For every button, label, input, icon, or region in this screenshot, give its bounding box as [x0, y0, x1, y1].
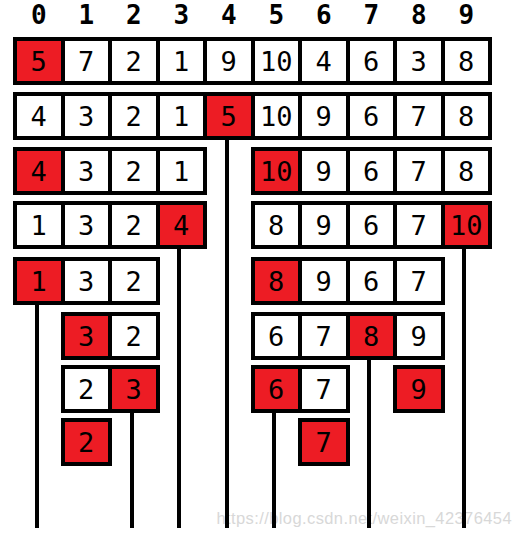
cell-value: 1 [173, 101, 189, 132]
pivot-cell: 5 [203, 92, 255, 140]
pivot-cell: 8 [346, 312, 398, 360]
column-index-label: 2 [108, 1, 160, 29]
pivot-cell: 2 [61, 418, 113, 466]
column-index-label: 0 [13, 1, 65, 29]
array-cell: 7 [393, 257, 445, 305]
cell-value: 3 [78, 321, 94, 352]
cell-value: 7 [316, 321, 332, 352]
cell-value: 4 [316, 46, 332, 77]
array-row-4-segment: 896710 [251, 201, 489, 249]
pivot-cell: 1 [13, 257, 65, 305]
pivot-cell: 5 [13, 37, 65, 85]
array-cell: 9 [298, 257, 350, 305]
cell-value: 7 [411, 266, 427, 297]
cell-value: 1 [31, 266, 47, 297]
array-cell: 2 [108, 147, 160, 195]
array-cell: 8 [441, 92, 493, 140]
cell-value: 2 [126, 101, 142, 132]
pivot-cell: 3 [61, 312, 113, 360]
pivot-line-3 [130, 413, 134, 528]
array-cell: 1 [156, 147, 208, 195]
cell-value: 2 [78, 374, 94, 405]
array-row-8-segment: 2 [61, 418, 109, 466]
pivot-cell: 4 [156, 201, 208, 249]
cell-value: 6 [268, 374, 284, 405]
pivot-cell: 4 [13, 147, 65, 195]
pivot-cell: 10 [441, 201, 493, 249]
pivot-line-5 [225, 140, 229, 528]
pivot-cell: 3 [108, 365, 160, 413]
array-cell: 2 [61, 365, 113, 413]
cell-value: 9 [411, 321, 427, 352]
cell-value: 10 [260, 156, 293, 187]
array-cell: 9 [298, 147, 350, 195]
cell-value: 7 [411, 101, 427, 132]
array-cell: 2 [108, 37, 160, 85]
array-cell: 9 [203, 37, 255, 85]
column-index-label: 7 [346, 1, 398, 29]
cell-value: 9 [316, 210, 332, 241]
array-cell: 3 [61, 201, 113, 249]
column-index-label: 4 [203, 1, 255, 29]
array-row-5-segment: 8967 [251, 257, 441, 305]
cell-value: 6 [268, 321, 284, 352]
cell-value: 2 [126, 46, 142, 77]
array-cell: 6 [346, 37, 398, 85]
array-cell: 2 [108, 92, 160, 140]
array-cell: 2 [108, 312, 160, 360]
cell-value: 3 [126, 374, 142, 405]
array-row-1-segment: 57219104638 [13, 37, 488, 85]
array-cell: 1 [13, 201, 65, 249]
cell-value: 3 [78, 210, 94, 241]
cell-value: 2 [126, 266, 142, 297]
array-cell: 4 [298, 37, 350, 85]
array-cell: 8 [441, 37, 493, 85]
pivot-cell: 6 [251, 365, 303, 413]
cell-value: 9 [411, 374, 427, 405]
array-cell: 10 [251, 37, 303, 85]
pivot-line-4 [177, 249, 181, 528]
array-row-6-segment: 32 [61, 312, 156, 360]
array-cell: 7 [298, 312, 350, 360]
pivot-line-8 [367, 360, 371, 528]
array-cell: 6 [346, 147, 398, 195]
cell-value: 7 [316, 374, 332, 405]
array-cell: 1 [156, 37, 208, 85]
column-index-label: 8 [393, 1, 445, 29]
column-index-label: 3 [156, 1, 208, 29]
array-cell: 4 [13, 92, 65, 140]
cell-value: 6 [363, 266, 379, 297]
array-cell: 9 [298, 201, 350, 249]
pivot-line-1 [35, 305, 39, 528]
array-row-8-segment: 7 [298, 418, 346, 466]
cell-value: 5 [221, 101, 237, 132]
cell-value: 3 [78, 266, 94, 297]
array-cell: 7 [393, 147, 445, 195]
array-cell: 7 [393, 92, 445, 140]
cell-value: 1 [173, 46, 189, 77]
array-cell: 3 [61, 257, 113, 305]
cell-value: 6 [363, 101, 379, 132]
cell-value: 10 [260, 46, 293, 77]
cell-value: 8 [458, 46, 474, 77]
pivot-cell: 8 [251, 257, 303, 305]
cell-value: 9 [316, 266, 332, 297]
column-index-label: 5 [251, 1, 303, 29]
cell-value: 8 [268, 210, 284, 241]
cell-value: 1 [173, 156, 189, 187]
pivot-cell: 7 [298, 418, 350, 466]
pivot-line-10 [462, 249, 466, 528]
watermark: https://blog.csdn.net/weixin_42376454 [216, 509, 512, 528]
column-index-label: 1 [61, 1, 113, 29]
cell-value: 3 [411, 46, 427, 77]
cell-value: 5 [31, 46, 47, 77]
array-row-7-segment: 9 [393, 365, 441, 413]
cell-value: 4 [31, 101, 47, 132]
array-cell: 8 [441, 147, 493, 195]
cell-value: 7 [78, 46, 94, 77]
cell-value: 6 [363, 46, 379, 77]
array-cell: 3 [61, 92, 113, 140]
array-row-2-segment: 43215109678 [13, 92, 488, 140]
cell-value: 7 [411, 156, 427, 187]
array-cell: 8 [251, 201, 303, 249]
cell-value: 10 [450, 210, 483, 241]
cell-value: 4 [31, 156, 47, 187]
pivot-cell: 9 [393, 365, 445, 413]
array-row-3-segment: 4321 [13, 147, 203, 195]
array-cell: 6 [346, 92, 398, 140]
array-row-7-segment: 67 [251, 365, 346, 413]
array-cell: 7 [298, 365, 350, 413]
pivot-line-6 [272, 413, 276, 528]
column-index-label: 9 [441, 1, 493, 29]
array-cell: 3 [61, 147, 113, 195]
cell-value: 4 [173, 210, 189, 241]
array-cell: 9 [393, 312, 445, 360]
cell-value: 8 [363, 321, 379, 352]
cell-value: 10 [260, 101, 293, 132]
array-cell: 6 [251, 312, 303, 360]
array-cell: 6 [346, 201, 398, 249]
pivot-cell: 10 [251, 147, 303, 195]
cell-value: 2 [126, 210, 142, 241]
array-row-6-segment: 6789 [251, 312, 441, 360]
array-cell: 7 [393, 201, 445, 249]
cell-value: 8 [268, 266, 284, 297]
cell-value: 1 [31, 210, 47, 241]
cell-value: 9 [316, 156, 332, 187]
cell-value: 2 [78, 427, 94, 458]
cell-value: 8 [458, 156, 474, 187]
cell-value: 6 [363, 210, 379, 241]
array-cell: 3 [393, 37, 445, 85]
array-cell: 9 [298, 92, 350, 140]
cell-value: 2 [126, 321, 142, 352]
array-row-5-segment: 132 [13, 257, 156, 305]
array-cell: 7 [61, 37, 113, 85]
quicksort-diagram: https://blog.csdn.net/weixin_42376454 01… [0, 0, 514, 550]
array-cell: 2 [108, 257, 160, 305]
array-cell: 2 [108, 201, 160, 249]
array-row-4-segment: 1324 [13, 201, 203, 249]
cell-value: 3 [78, 101, 94, 132]
cell-value: 7 [316, 427, 332, 458]
array-row-7-segment: 23 [61, 365, 156, 413]
cell-value: 2 [126, 156, 142, 187]
cell-value: 6 [363, 156, 379, 187]
cell-value: 8 [458, 101, 474, 132]
array-row-3-segment: 109678 [251, 147, 489, 195]
cell-value: 9 [221, 46, 237, 77]
column-index-label: 6 [298, 1, 350, 29]
array-cell: 10 [251, 92, 303, 140]
cell-value: 7 [411, 210, 427, 241]
array-cell: 1 [156, 92, 208, 140]
cell-value: 9 [316, 101, 332, 132]
array-cell: 6 [346, 257, 398, 305]
cell-value: 3 [78, 156, 94, 187]
